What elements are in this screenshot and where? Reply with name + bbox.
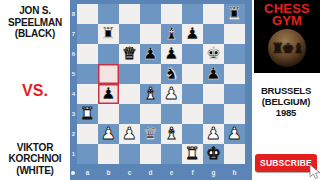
file-label-d: d [140, 166, 161, 180]
square-a3: ♜ [77, 104, 98, 124]
square-c8 [119, 4, 140, 24]
black-rook-h8: ♜ [224, 4, 245, 24]
white-pawn-b2: ♟ [98, 124, 119, 144]
logo-text: CHESS GYM [264, 3, 310, 26]
white-pawn-h2: ♟ [224, 124, 245, 144]
square-e5: ♞ [161, 64, 182, 84]
square-f2 [182, 124, 203, 144]
square-g6: ♚ [203, 44, 224, 64]
square-d2: ♛ [140, 124, 161, 144]
rank-label-7: 7 [70, 24, 77, 44]
black-pawn-b4: ♟ [98, 84, 119, 104]
white-pawn-g2: ♟ [203, 124, 224, 144]
square-h6 [224, 44, 245, 64]
square-c3 [119, 104, 140, 124]
square-a2 [77, 124, 98, 144]
square-b7: ♜ [98, 24, 119, 44]
file-label-c: c [119, 166, 140, 180]
black-pawn-f7: ♟ [182, 24, 203, 44]
file-label-g: g [203, 166, 224, 180]
square-g4 [203, 84, 224, 104]
cursor-icon [306, 164, 320, 180]
square-b6 [98, 44, 119, 64]
square-c1 [119, 144, 140, 164]
black-player-name: JON S. SPEELMAN (BLACK) [8, 5, 62, 40]
black-king-g6: ♚ [203, 44, 224, 64]
chess-pieces-photo: ♜♚♝ [268, 29, 306, 67]
square-c2: ♟ [119, 124, 140, 144]
square-g2: ♟ [203, 124, 224, 144]
square-e7: ♝ [161, 24, 182, 44]
square-h5 [224, 64, 245, 84]
square-h2: ♟ [224, 124, 245, 144]
white-pawn-e4: ♟ [161, 84, 182, 104]
square-h4 [224, 84, 245, 104]
square-c5 [119, 64, 140, 84]
subscribe-button[interactable]: SUBSCRIBE [255, 154, 317, 172]
white-bishop-e2: ♝ [161, 124, 182, 144]
rank-label-6: 6 [70, 44, 77, 64]
white-player-name: VIKTOR KORCHNOI (WHITE) [9, 142, 62, 177]
square-a1 [77, 144, 98, 164]
square-a6 [77, 44, 98, 64]
versus-text: VS. [22, 83, 48, 99]
square-a8 [77, 4, 98, 24]
square-d1 [140, 144, 161, 164]
square-d5 [140, 64, 161, 84]
square-f8 [182, 4, 203, 24]
file-label-a: a [77, 166, 98, 180]
square-f3 [182, 104, 203, 124]
white-pawn-c2: ♟ [119, 124, 140, 144]
square-d8 [140, 4, 161, 24]
square-b1 [98, 144, 119, 164]
square-e1 [161, 144, 182, 164]
file-label-f: f [182, 166, 203, 180]
square-b8 [98, 4, 119, 24]
square-g8 [203, 4, 224, 24]
square-c4 [119, 84, 140, 104]
branding-panel: CHESS GYM ♜♚♝ BRUSSELS (BELGIUM) 1985 SU… [252, 0, 320, 180]
square-f7: ♟ [182, 24, 203, 44]
square-e6: ♟ [161, 44, 182, 64]
square-e2: ♝ [161, 124, 182, 144]
square-b2: ♟ [98, 124, 119, 144]
square-a4 [77, 84, 98, 104]
white-king-g1: ♚ [203, 144, 224, 164]
rank-label-8: 8 [70, 4, 77, 24]
rank-label-3: 3 [70, 104, 77, 124]
square-b3 [98, 104, 119, 124]
square-e4: ♟ [161, 84, 182, 104]
white-rook-a3: ♜ [77, 104, 98, 124]
square-c6: ♛ [119, 44, 140, 64]
square-e8 [161, 4, 182, 24]
square-f1: ♜ [182, 144, 203, 164]
square-b5 [98, 64, 119, 84]
square-h7 [224, 24, 245, 44]
board-grid: ♜♜♝♟♛♟♟♚♞♟♟♝♟♜♟♟♛♝♟♟♜♚ [77, 4, 245, 164]
logo-line2: GYM [264, 15, 310, 27]
black-bishop-e7: ♝ [161, 24, 182, 44]
white-rook-f1: ♜ [182, 144, 203, 164]
black-rook-b7: ♜ [98, 24, 119, 44]
rank-label-4: 4 [70, 84, 77, 104]
white-queen-c6: ♛ [119, 44, 140, 64]
file-label-b: b [98, 166, 119, 180]
players-panel: JON S. SPEELMAN (BLACK) VS. VIKTOR KORCH… [0, 0, 70, 180]
video-thumbnail: JON S. SPEELMAN (BLACK) VS. VIKTOR KORCH… [0, 0, 320, 180]
white-bishop-d4: ♝ [140, 84, 161, 104]
square-c7 [119, 24, 140, 44]
chess-pieces-icon: ♜♚♝ [271, 40, 303, 56]
square-g7 [203, 24, 224, 44]
square-g3 [203, 104, 224, 124]
subscribe-label: SUBSCRIBE [260, 158, 312, 168]
channel-logo: CHESS GYM ♜♚♝ [254, 0, 320, 73]
square-d4: ♝ [140, 84, 161, 104]
square-g5: ♟ [203, 64, 224, 84]
rank-label-1: 1 [70, 144, 77, 164]
black-pawn-d6: ♟ [140, 44, 161, 64]
rank-label-5: 5 [70, 64, 77, 84]
square-f5 [182, 64, 203, 84]
chess-board: 87654321 ♜♜♝♟♛♟♟♚♞♟♟♝♟♜♟♟♛♝♟♟♜♚ abcdefgh [70, 0, 252, 180]
square-f4 [182, 84, 203, 104]
square-h1 [224, 144, 245, 164]
black-pawn-e6: ♟ [161, 44, 182, 64]
black-queen-d2: ♛ [140, 124, 161, 144]
square-b4: ♟ [98, 84, 119, 104]
rank-label-2: 2 [70, 124, 77, 144]
file-label-h: h [224, 166, 245, 180]
square-h8: ♜ [224, 4, 245, 24]
square-e3 [161, 104, 182, 124]
square-d3 [140, 104, 161, 124]
board-corner-dot [71, 171, 75, 175]
black-pawn-g5: ♟ [203, 64, 224, 84]
file-label-e: e [161, 166, 182, 180]
square-f6 [182, 44, 203, 64]
square-h3 [224, 104, 245, 124]
square-a7 [77, 24, 98, 44]
square-d7 [140, 24, 161, 44]
square-a5 [77, 64, 98, 84]
black-knight-e5: ♞ [161, 64, 182, 84]
event-info: BRUSSELS (BELGIUM) 1985 [261, 85, 311, 118]
square-d6: ♟ [140, 44, 161, 64]
square-g1: ♚ [203, 144, 224, 164]
